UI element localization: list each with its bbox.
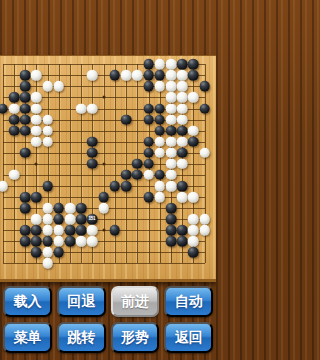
- go-app-screen: { "game": "Go (Weiqi) 19x19", "board": {…: [0, 0, 216, 360]
- stone-white[interactable]: [188, 236, 199, 247]
- stone-white[interactable]: [166, 170, 177, 181]
- stone-white[interactable]: [42, 225, 53, 236]
- stone-black[interactable]: [31, 225, 42, 236]
- stone-white[interactable]: [87, 236, 98, 247]
- stone-white[interactable]: [42, 81, 53, 92]
- stone-white[interactable]: [42, 203, 53, 214]
- stone-black[interactable]: [199, 103, 210, 114]
- stone-white[interactable]: [9, 103, 20, 114]
- stone-black[interactable]: [154, 70, 165, 81]
- stone-white[interactable]: [87, 70, 98, 81]
- stone-white[interactable]: [53, 225, 64, 236]
- stone-white[interactable]: [199, 225, 210, 236]
- stone-white[interactable]: [65, 214, 76, 225]
- stone-black[interactable]: [177, 181, 188, 192]
- auto-button[interactable]: 自动: [164, 286, 213, 317]
- stone-white[interactable]: [177, 103, 188, 114]
- stone-white[interactable]: [177, 92, 188, 103]
- star-point: [102, 229, 105, 232]
- stone-white[interactable]: [53, 236, 64, 247]
- stone-white[interactable]: [76, 103, 87, 114]
- stone-white[interactable]: [31, 114, 42, 125]
- stone-black[interactable]: [143, 147, 154, 158]
- stone-white[interactable]: [177, 81, 188, 92]
- load-button[interactable]: 载入: [3, 286, 52, 317]
- stone-black[interactable]: [9, 92, 20, 103]
- stone-white[interactable]: [0, 181, 8, 192]
- last-move-number: 151: [90, 216, 95, 221]
- stone-white[interactable]: [42, 214, 53, 225]
- stone-black[interactable]: [132, 159, 143, 170]
- stone-black[interactable]: [20, 81, 31, 92]
- stone-black[interactable]: [188, 59, 199, 70]
- stone-black[interactable]: [143, 103, 154, 114]
- stone-black[interactable]: [65, 236, 76, 247]
- stone-black[interactable]: [20, 192, 31, 203]
- stone-white[interactable]: [98, 203, 109, 214]
- back-button[interactable]: 返回: [164, 322, 213, 353]
- stone-black[interactable]: [188, 136, 199, 147]
- stone-black[interactable]: [143, 70, 154, 81]
- stone-black[interactable]: [110, 225, 121, 236]
- stone-black[interactable]: [166, 203, 177, 214]
- stone-black[interactable]: [177, 236, 188, 247]
- stone-black[interactable]: [166, 225, 177, 236]
- stone-black[interactable]: [177, 225, 188, 236]
- stone-white[interactable]: [166, 136, 177, 147]
- star-point: [102, 162, 105, 165]
- stone-black[interactable]: [20, 125, 31, 136]
- stone-white[interactable]: [121, 70, 132, 81]
- star-point: [35, 162, 38, 165]
- forward-button[interactable]: 前进: [111, 286, 160, 317]
- stone-black[interactable]: [20, 203, 31, 214]
- stone-white[interactable]: [166, 70, 177, 81]
- stone-black[interactable]: [143, 59, 154, 70]
- stone-black[interactable]: 151: [87, 214, 98, 225]
- stone-white[interactable]: [199, 147, 210, 158]
- stone-black[interactable]: [42, 181, 53, 192]
- go-board[interactable]: 151: [0, 55, 216, 282]
- stone-black[interactable]: [53, 247, 64, 258]
- stone-white[interactable]: [132, 70, 143, 81]
- stone-white[interactable]: [199, 214, 210, 225]
- stone-white[interactable]: [65, 203, 76, 214]
- stone-white[interactable]: [166, 59, 177, 70]
- stone-white[interactable]: [31, 214, 42, 225]
- stone-white[interactable]: [188, 214, 199, 225]
- stone-black[interactable]: [53, 203, 64, 214]
- stone-black[interactable]: [143, 192, 154, 203]
- stone-white[interactable]: [31, 125, 42, 136]
- stone-white[interactable]: [188, 192, 199, 203]
- stone-white[interactable]: [42, 136, 53, 147]
- stone-black[interactable]: [143, 114, 154, 125]
- stone-black[interactable]: [110, 181, 121, 192]
- stone-white[interactable]: [154, 181, 165, 192]
- grid-line-horizontal: [3, 263, 205, 264]
- stone-black[interactable]: [31, 236, 42, 247]
- stone-black[interactable]: [98, 192, 109, 203]
- stone-black[interactable]: [154, 114, 165, 125]
- stone-white[interactable]: [42, 247, 53, 258]
- stone-white[interactable]: [31, 103, 42, 114]
- stone-black[interactable]: [166, 125, 177, 136]
- stone-white[interactable]: [177, 159, 188, 170]
- stone-black[interactable]: [53, 214, 64, 225]
- stone-white[interactable]: [143, 170, 154, 181]
- stone-black[interactable]: [177, 125, 188, 136]
- stone-black[interactable]: [143, 136, 154, 147]
- stone-black[interactable]: [20, 236, 31, 247]
- stone-black[interactable]: [9, 125, 20, 136]
- star-point: [102, 96, 105, 99]
- stone-black[interactable]: [110, 70, 121, 81]
- stone-white[interactable]: [166, 159, 177, 170]
- stone-white[interactable]: [166, 114, 177, 125]
- stone-black[interactable]: [121, 170, 132, 181]
- toolbar-row-2: 菜单 跳转 形势 返回: [0, 322, 216, 353]
- stone-white[interactable]: [166, 103, 177, 114]
- stone-black[interactable]: [31, 247, 42, 258]
- stone-black[interactable]: [20, 225, 31, 236]
- stone-black[interactable]: [87, 147, 98, 158]
- menu-button[interactable]: 菜单: [3, 322, 52, 353]
- toolbar-row-1: 载入 回退 前进 自动: [0, 286, 216, 317]
- stone-white[interactable]: [53, 81, 64, 92]
- situation-button[interactable]: 形势: [111, 322, 160, 353]
- stone-black[interactable]: [188, 70, 199, 81]
- stone-black[interactable]: [177, 147, 188, 158]
- stone-white[interactable]: [31, 70, 42, 81]
- stone-black[interactable]: [20, 147, 31, 158]
- stone-white[interactable]: [42, 258, 53, 269]
- stone-white[interactable]: [166, 147, 177, 158]
- stone-white[interactable]: [188, 92, 199, 103]
- stone-black[interactable]: [20, 103, 31, 114]
- stone-white[interactable]: [177, 114, 188, 125]
- stone-white[interactable]: [154, 147, 165, 158]
- stone-white[interactable]: [188, 225, 199, 236]
- stone-white[interactable]: [177, 70, 188, 81]
- stone-black[interactable]: [31, 192, 42, 203]
- stone-white[interactable]: [177, 192, 188, 203]
- stone-white[interactable]: [87, 225, 98, 236]
- stone-white[interactable]: [42, 114, 53, 125]
- undo-button[interactable]: 回退: [57, 286, 106, 317]
- stone-white[interactable]: [87, 103, 98, 114]
- stone-black[interactable]: [0, 103, 8, 114]
- stone-black[interactable]: [199, 81, 210, 92]
- stone-white[interactable]: [31, 136, 42, 147]
- stone-black[interactable]: [87, 136, 98, 147]
- stone-black[interactable]: [121, 114, 132, 125]
- stone-black[interactable]: [76, 203, 87, 214]
- stone-black[interactable]: [188, 247, 199, 258]
- stone-white[interactable]: [31, 92, 42, 103]
- stone-black[interactable]: [42, 236, 53, 247]
- stone-black[interactable]: [9, 114, 20, 125]
- stone-black[interactable]: [132, 170, 143, 181]
- jump-button[interactable]: 跳转: [57, 322, 106, 353]
- stone-black[interactable]: [166, 214, 177, 225]
- stone-black[interactable]: [20, 92, 31, 103]
- stone-black[interactable]: [177, 59, 188, 70]
- stone-black[interactable]: [143, 81, 154, 92]
- stone-white[interactable]: [166, 92, 177, 103]
- stone-black[interactable]: [76, 225, 87, 236]
- stone-white[interactable]: [154, 59, 165, 70]
- stone-black[interactable]: [121, 181, 132, 192]
- stone-white[interactable]: [154, 192, 165, 203]
- stone-black[interactable]: [154, 103, 165, 114]
- stone-white[interactable]: [154, 81, 165, 92]
- stone-white[interactable]: [166, 181, 177, 192]
- stone-black[interactable]: [65, 225, 76, 236]
- stone-black[interactable]: [20, 70, 31, 81]
- stone-white[interactable]: [154, 136, 165, 147]
- stone-black[interactable]: [154, 170, 165, 181]
- stone-white[interactable]: [42, 125, 53, 136]
- stone-black[interactable]: [166, 236, 177, 247]
- stone-black[interactable]: [76, 214, 87, 225]
- stone-white[interactable]: [177, 136, 188, 147]
- stone-black[interactable]: [20, 114, 31, 125]
- stone-white[interactable]: [76, 236, 87, 247]
- stone-black[interactable]: [87, 159, 98, 170]
- stone-black[interactable]: [154, 125, 165, 136]
- stone-white[interactable]: [9, 170, 20, 181]
- stone-black[interactable]: [143, 159, 154, 170]
- stone-white[interactable]: [188, 125, 199, 136]
- stone-white[interactable]: [166, 81, 177, 92]
